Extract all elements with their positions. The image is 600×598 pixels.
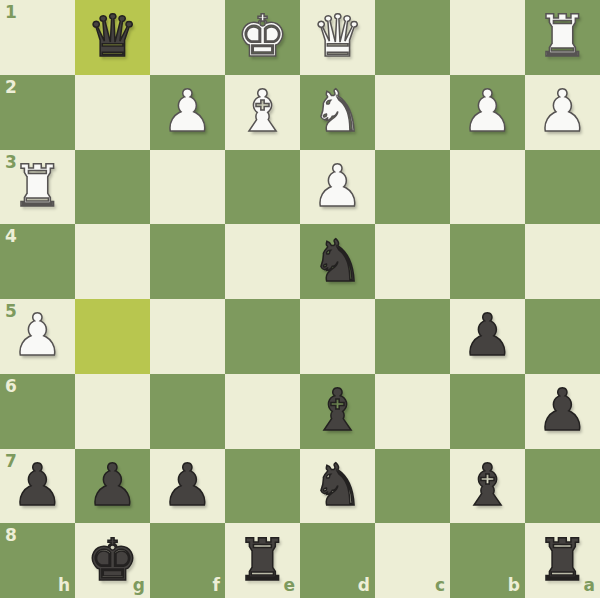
square-d6[interactable]: ♝ bbox=[300, 374, 375, 449]
square-f4[interactable] bbox=[150, 224, 225, 299]
square-e3[interactable] bbox=[225, 150, 300, 225]
black-pawn[interactable]: ♟ bbox=[537, 381, 589, 439]
black-queen[interactable]: ♛ bbox=[87, 7, 139, 65]
square-f6[interactable] bbox=[150, 374, 225, 449]
square-c4[interactable] bbox=[375, 224, 450, 299]
square-e8[interactable]: e♜ bbox=[225, 523, 300, 598]
square-c5[interactable] bbox=[375, 299, 450, 374]
square-c3[interactable] bbox=[375, 150, 450, 225]
file-label-c: c bbox=[435, 577, 445, 594]
square-b3[interactable] bbox=[450, 150, 525, 225]
square-h8[interactable]: 8h bbox=[0, 523, 75, 598]
square-f1[interactable] bbox=[150, 0, 225, 75]
square-a6[interactable]: ♟ bbox=[525, 374, 600, 449]
white-queen[interactable]: ♛ bbox=[312, 7, 364, 65]
black-pawn[interactable]: ♟ bbox=[87, 456, 139, 514]
white-rook[interactable]: ♜ bbox=[12, 157, 64, 215]
square-c2[interactable] bbox=[375, 75, 450, 150]
rank-label-6: 6 bbox=[5, 378, 17, 395]
white-knight[interactable]: ♞ bbox=[312, 82, 364, 140]
square-a7[interactable] bbox=[525, 449, 600, 524]
square-b5[interactable]: ♟ bbox=[450, 299, 525, 374]
square-g6[interactable] bbox=[75, 374, 150, 449]
black-knight[interactable]: ♞ bbox=[312, 232, 364, 290]
square-d4[interactable]: ♞ bbox=[300, 224, 375, 299]
black-rook[interactable]: ♜ bbox=[237, 531, 289, 589]
square-b4[interactable] bbox=[450, 224, 525, 299]
square-f7[interactable]: ♟ bbox=[150, 449, 225, 524]
square-a4[interactable] bbox=[525, 224, 600, 299]
black-knight[interactable]: ♞ bbox=[312, 456, 364, 514]
square-d2[interactable]: ♞ bbox=[300, 75, 375, 150]
square-a3[interactable] bbox=[525, 150, 600, 225]
square-d1[interactable]: ♛ bbox=[300, 0, 375, 75]
square-f2[interactable]: ♟ bbox=[150, 75, 225, 150]
square-c8[interactable]: c bbox=[375, 523, 450, 598]
square-g1[interactable]: ♛ bbox=[75, 0, 150, 75]
black-pawn[interactable]: ♟ bbox=[162, 456, 214, 514]
file-label-b: b bbox=[508, 577, 520, 594]
square-c6[interactable] bbox=[375, 374, 450, 449]
square-g2[interactable] bbox=[75, 75, 150, 150]
square-a1[interactable]: ♜ bbox=[525, 0, 600, 75]
square-f3[interactable] bbox=[150, 150, 225, 225]
square-h1[interactable]: 1 bbox=[0, 0, 75, 75]
black-pawn[interactable]: ♟ bbox=[12, 456, 64, 514]
square-e1[interactable]: ♚ bbox=[225, 0, 300, 75]
square-e5[interactable] bbox=[225, 299, 300, 374]
square-a2[interactable]: ♟ bbox=[525, 75, 600, 150]
file-label-d: d bbox=[358, 577, 370, 594]
white-pawn[interactable]: ♟ bbox=[162, 82, 214, 140]
white-pawn[interactable]: ♟ bbox=[312, 157, 364, 215]
black-pawn[interactable]: ♟ bbox=[462, 306, 514, 364]
square-h2[interactable]: 2 bbox=[0, 75, 75, 150]
square-g7[interactable]: ♟ bbox=[75, 449, 150, 524]
rank-label-1: 1 bbox=[5, 4, 17, 21]
rank-label-4: 4 bbox=[5, 228, 17, 245]
rank-label-2: 2 bbox=[5, 79, 17, 96]
white-pawn[interactable]: ♟ bbox=[462, 82, 514, 140]
white-rook[interactable]: ♜ bbox=[537, 7, 589, 65]
file-label-f: f bbox=[213, 577, 220, 594]
square-b8[interactable]: b bbox=[450, 523, 525, 598]
square-h7[interactable]: 7♟ bbox=[0, 449, 75, 524]
square-d7[interactable]: ♞ bbox=[300, 449, 375, 524]
square-d3[interactable]: ♟ bbox=[300, 150, 375, 225]
square-f5[interactable] bbox=[150, 299, 225, 374]
square-b1[interactable] bbox=[450, 0, 525, 75]
square-b6[interactable] bbox=[450, 374, 525, 449]
square-g5[interactable] bbox=[75, 299, 150, 374]
black-bishop[interactable]: ♝ bbox=[462, 456, 514, 514]
square-b2[interactable]: ♟ bbox=[450, 75, 525, 150]
square-e7[interactable] bbox=[225, 449, 300, 524]
white-bishop[interactable]: ♝ bbox=[237, 82, 289, 140]
square-g8[interactable]: g♚ bbox=[75, 523, 150, 598]
chess-board: 1♛♚♛♜2♟♝♞♟♟3♜♟4♞5♟♟6♝♟7♟♟♟♞♝8hg♚fe♜dcba♜ bbox=[0, 0, 600, 598]
white-pawn[interactable]: ♟ bbox=[12, 306, 64, 364]
square-e6[interactable] bbox=[225, 374, 300, 449]
black-king[interactable]: ♚ bbox=[87, 531, 139, 589]
square-h4[interactable]: 4 bbox=[0, 224, 75, 299]
square-e2[interactable]: ♝ bbox=[225, 75, 300, 150]
square-a5[interactable] bbox=[525, 299, 600, 374]
square-a8[interactable]: a♜ bbox=[525, 523, 600, 598]
rank-label-8: 8 bbox=[5, 527, 17, 544]
file-label-h: h bbox=[58, 577, 70, 594]
square-g4[interactable] bbox=[75, 224, 150, 299]
square-c1[interactable] bbox=[375, 0, 450, 75]
square-f8[interactable]: f bbox=[150, 523, 225, 598]
square-g3[interactable] bbox=[75, 150, 150, 225]
square-d8[interactable]: d bbox=[300, 523, 375, 598]
square-b7[interactable]: ♝ bbox=[450, 449, 525, 524]
square-h3[interactable]: 3♜ bbox=[0, 150, 75, 225]
white-king[interactable]: ♚ bbox=[237, 7, 289, 65]
square-d5[interactable] bbox=[300, 299, 375, 374]
square-h6[interactable]: 6 bbox=[0, 374, 75, 449]
black-rook[interactable]: ♜ bbox=[537, 531, 589, 589]
white-pawn[interactable]: ♟ bbox=[537, 82, 589, 140]
square-e4[interactable] bbox=[225, 224, 300, 299]
square-h5[interactable]: 5♟ bbox=[0, 299, 75, 374]
square-c7[interactable] bbox=[375, 449, 450, 524]
black-bishop[interactable]: ♝ bbox=[312, 381, 364, 439]
